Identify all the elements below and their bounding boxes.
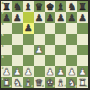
square-e4[interactable]	[45, 45, 56, 56]
square-a1[interactable]: 1a♜	[1, 77, 12, 88]
piece-black-pawn[interactable]: ♟	[12, 12, 23, 23]
square-f6[interactable]	[55, 23, 66, 34]
piece-white-bishop[interactable]: ♝	[55, 77, 66, 88]
piece-white-pawn[interactable]: ♟	[34, 45, 45, 56]
piece-white-knight[interactable]: ♞	[66, 77, 77, 88]
piece-black-pawn[interactable]: ♟	[55, 12, 66, 23]
piece-white-pawn[interactable]: ♟	[23, 66, 34, 77]
square-e2[interactable]: ♟	[45, 66, 56, 77]
piece-black-queen[interactable]: ♛	[34, 1, 45, 12]
piece-white-pawn[interactable]: ♟	[45, 66, 56, 77]
square-a6[interactable]: 6	[1, 23, 12, 34]
square-d7[interactable]: ♟	[34, 12, 45, 23]
piece-white-pawn[interactable]: ♟	[12, 66, 23, 77]
square-c6[interactable]: ♟	[23, 23, 34, 34]
square-d4[interactable]: ♟	[34, 45, 45, 56]
square-a8[interactable]: 8♜	[1, 1, 12, 12]
square-a5[interactable]: 5	[1, 34, 12, 45]
square-f8[interactable]: ♝	[55, 1, 66, 12]
square-a7[interactable]: 7♟	[1, 12, 12, 23]
square-f2[interactable]: ♟	[55, 66, 66, 77]
square-h4[interactable]	[77, 45, 88, 56]
square-d1[interactable]: d♛	[34, 77, 45, 88]
square-f5[interactable]	[55, 34, 66, 45]
piece-white-bishop[interactable]: ♝	[23, 77, 34, 88]
piece-white-queen[interactable]: ♛	[34, 77, 45, 88]
piece-black-pawn[interactable]: ♟	[1, 12, 12, 23]
square-d5[interactable]	[34, 34, 45, 45]
square-c8[interactable]: ♝	[23, 1, 34, 12]
square-h2[interactable]: ♟	[77, 66, 88, 77]
square-h3[interactable]	[77, 55, 88, 66]
piece-white-rook[interactable]: ♜	[1, 77, 12, 88]
square-a3[interactable]: 3	[1, 55, 12, 66]
square-f1[interactable]: f♝	[55, 77, 66, 88]
square-f4[interactable]	[55, 45, 66, 56]
square-c5[interactable]	[23, 34, 34, 45]
square-e6[interactable]	[45, 23, 56, 34]
square-f3[interactable]	[55, 55, 66, 66]
rank-label-3: 3	[2, 56, 4, 59]
piece-white-knight[interactable]: ♞	[12, 77, 23, 88]
piece-black-pawn[interactable]: ♟	[34, 12, 45, 23]
piece-black-bishop[interactable]: ♝	[55, 1, 66, 12]
square-c3[interactable]	[23, 55, 34, 66]
square-d6[interactable]	[34, 23, 45, 34]
square-b5[interactable]	[12, 34, 23, 45]
square-h6[interactable]	[77, 23, 88, 34]
piece-white-pawn[interactable]: ♟	[1, 66, 12, 77]
piece-black-bishop[interactable]: ♝	[23, 1, 34, 12]
square-f7[interactable]: ♟	[55, 12, 66, 23]
square-g1[interactable]: g♞	[66, 77, 77, 88]
rank-label-5: 5	[2, 34, 4, 37]
square-b4[interactable]	[12, 45, 23, 56]
square-e1[interactable]: e♚	[45, 77, 56, 88]
square-d3[interactable]	[34, 55, 45, 66]
piece-black-pawn[interactable]: ♟	[66, 12, 77, 23]
square-h1[interactable]: h♜	[77, 77, 88, 88]
rank-label-4: 4	[2, 45, 4, 48]
square-c4[interactable]	[23, 45, 34, 56]
square-e7[interactable]: ♟	[45, 12, 56, 23]
square-h5[interactable]	[77, 34, 88, 45]
square-c2[interactable]: ♟	[23, 66, 34, 77]
piece-black-knight[interactable]: ♞	[66, 1, 77, 12]
piece-white-pawn[interactable]: ♟	[77, 66, 88, 77]
piece-black-pawn[interactable]: ♟	[77, 12, 88, 23]
square-d2[interactable]	[34, 66, 45, 77]
piece-black-pawn[interactable]: ♟	[45, 12, 56, 23]
square-h7[interactable]: ♟	[77, 12, 88, 23]
square-g3[interactable]	[66, 55, 77, 66]
square-b7[interactable]: ♟	[12, 12, 23, 23]
piece-white-pawn[interactable]: ♟	[55, 66, 66, 77]
piece-black-rook[interactable]: ♜	[77, 1, 88, 12]
square-h8[interactable]: ♜	[77, 1, 88, 12]
piece-white-pawn[interactable]: ♟	[66, 66, 77, 77]
square-g7[interactable]: ♟	[66, 12, 77, 23]
square-b1[interactable]: b♞	[12, 77, 23, 88]
square-d8[interactable]: ♛	[34, 1, 45, 12]
piece-white-king[interactable]: ♚	[45, 77, 56, 88]
square-e3[interactable]	[45, 55, 56, 66]
square-b6[interactable]	[12, 23, 23, 34]
square-e8[interactable]: ♚	[45, 1, 56, 12]
square-a4[interactable]: 4	[1, 45, 12, 56]
square-e5[interactable]	[45, 34, 56, 45]
piece-black-king[interactable]: ♚	[45, 1, 56, 12]
chess-board: 8♜♞♝♛♚♝♞♜7♟♟♟♟♟♟♟6♟54♟32♟♟♟♟♟♟♟1a♜b♞c♝d♛…	[1, 1, 88, 88]
square-g4[interactable]	[66, 45, 77, 56]
square-g2[interactable]: ♟	[66, 66, 77, 77]
chess-board-grid: 8♜♞♝♛♚♝♞♜7♟♟♟♟♟♟♟6♟54♟32♟♟♟♟♟♟♟1a♜b♞c♝d♛…	[1, 1, 88, 88]
square-g5[interactable]	[66, 34, 77, 45]
piece-black-pawn[interactable]: ♟	[23, 23, 34, 34]
piece-black-knight[interactable]: ♞	[12, 1, 23, 12]
piece-black-rook[interactable]: ♜	[1, 1, 12, 12]
square-a2[interactable]: 2♟	[1, 66, 12, 77]
rank-label-6: 6	[2, 23, 4, 26]
square-b3[interactable]	[12, 55, 23, 66]
piece-white-rook[interactable]: ♜	[77, 77, 88, 88]
square-b2[interactable]: ♟	[12, 66, 23, 77]
square-c1[interactable]: c♝	[23, 77, 34, 88]
square-b8[interactable]: ♞	[12, 1, 23, 12]
square-g8[interactable]: ♞	[66, 1, 77, 12]
square-g6[interactable]	[66, 23, 77, 34]
